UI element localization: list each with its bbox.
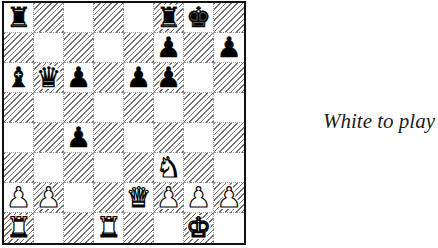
square-c5 bbox=[64, 93, 94, 123]
square-g5 bbox=[184, 93, 214, 123]
square-g4 bbox=[184, 123, 214, 153]
square-f2: ♟ bbox=[154, 183, 184, 213]
square-f5 bbox=[154, 93, 184, 123]
white-knight: ♞ bbox=[156, 154, 181, 182]
chess-board: ♜♜♚♟♟♝♛♟♟♟♟♞♟♟♛♟♟♟♜♜♚ bbox=[2, 1, 246, 245]
square-e1 bbox=[124, 213, 154, 243]
square-c7 bbox=[64, 33, 94, 63]
black-queen: ♛ bbox=[36, 64, 61, 92]
square-h2: ♟ bbox=[214, 183, 244, 213]
square-h5 bbox=[214, 93, 244, 123]
square-c1 bbox=[64, 213, 94, 243]
black-pawn: ♟ bbox=[126, 64, 151, 92]
square-d6 bbox=[94, 63, 124, 93]
square-b3 bbox=[34, 153, 64, 183]
square-h8 bbox=[214, 3, 244, 33]
square-h1 bbox=[214, 213, 244, 243]
black-pawn: ♟ bbox=[216, 34, 241, 62]
black-rook: ♜ bbox=[156, 4, 181, 32]
square-f4 bbox=[154, 123, 184, 153]
white-queen: ♛ bbox=[126, 184, 151, 212]
square-d3 bbox=[94, 153, 124, 183]
square-g2: ♟ bbox=[184, 183, 214, 213]
square-b6: ♛ bbox=[34, 63, 64, 93]
square-h7: ♟ bbox=[214, 33, 244, 63]
square-a8: ♜ bbox=[4, 3, 34, 33]
square-f3: ♞ bbox=[154, 153, 184, 183]
square-b5 bbox=[34, 93, 64, 123]
square-g8: ♚ bbox=[184, 3, 214, 33]
black-king: ♚ bbox=[186, 4, 211, 32]
square-e7 bbox=[124, 33, 154, 63]
square-a1: ♜ bbox=[4, 213, 34, 243]
square-a7 bbox=[4, 33, 34, 63]
white-pawn: ♟ bbox=[216, 184, 241, 212]
square-g3 bbox=[184, 153, 214, 183]
square-g1: ♚ bbox=[184, 213, 214, 243]
square-f1 bbox=[154, 213, 184, 243]
square-g6 bbox=[184, 63, 214, 93]
white-rook: ♜ bbox=[96, 214, 121, 242]
square-a2: ♟ bbox=[4, 183, 34, 213]
square-h3 bbox=[214, 153, 244, 183]
square-b8 bbox=[34, 3, 64, 33]
page: ♜♜♚♟♟♝♛♟♟♟♟♞♟♟♛♟♟♟♜♜♚ White to play bbox=[0, 0, 438, 248]
square-c4: ♟ bbox=[64, 123, 94, 153]
white-rook: ♜ bbox=[6, 214, 31, 242]
black-pawn: ♟ bbox=[156, 64, 181, 92]
square-c6: ♟ bbox=[64, 63, 94, 93]
square-b2: ♟ bbox=[34, 183, 64, 213]
square-d1: ♜ bbox=[94, 213, 124, 243]
white-pawn: ♟ bbox=[36, 184, 61, 212]
square-d5 bbox=[94, 93, 124, 123]
square-b4 bbox=[34, 123, 64, 153]
black-pawn: ♟ bbox=[66, 64, 91, 92]
black-pawn: ♟ bbox=[66, 124, 91, 152]
black-bishop: ♝ bbox=[6, 64, 31, 92]
square-d8 bbox=[94, 3, 124, 33]
black-pawn: ♟ bbox=[156, 34, 181, 62]
square-d4 bbox=[94, 123, 124, 153]
square-e2: ♛ bbox=[124, 183, 154, 213]
black-rook: ♜ bbox=[6, 4, 31, 32]
square-c3 bbox=[64, 153, 94, 183]
white-pawn: ♟ bbox=[186, 184, 211, 212]
square-e5 bbox=[124, 93, 154, 123]
square-e4 bbox=[124, 123, 154, 153]
square-c8 bbox=[64, 3, 94, 33]
white-king: ♚ bbox=[186, 214, 211, 242]
square-g7 bbox=[184, 33, 214, 63]
square-e6: ♟ bbox=[124, 63, 154, 93]
square-h4 bbox=[214, 123, 244, 153]
square-c2 bbox=[64, 183, 94, 213]
square-d2 bbox=[94, 183, 124, 213]
square-f6: ♟ bbox=[154, 63, 184, 93]
square-e8 bbox=[124, 3, 154, 33]
square-d7 bbox=[94, 33, 124, 63]
square-a3 bbox=[4, 153, 34, 183]
caption-white-to-play: White to play bbox=[323, 109, 435, 134]
square-a6: ♝ bbox=[4, 63, 34, 93]
square-a5 bbox=[4, 93, 34, 123]
square-f7: ♟ bbox=[154, 33, 184, 63]
square-b1 bbox=[34, 213, 64, 243]
square-a4 bbox=[4, 123, 34, 153]
square-e3 bbox=[124, 153, 154, 183]
square-b7 bbox=[34, 33, 64, 63]
square-h6 bbox=[214, 63, 244, 93]
square-f8: ♜ bbox=[154, 3, 184, 33]
white-pawn: ♟ bbox=[156, 184, 181, 212]
white-pawn: ♟ bbox=[6, 184, 31, 212]
